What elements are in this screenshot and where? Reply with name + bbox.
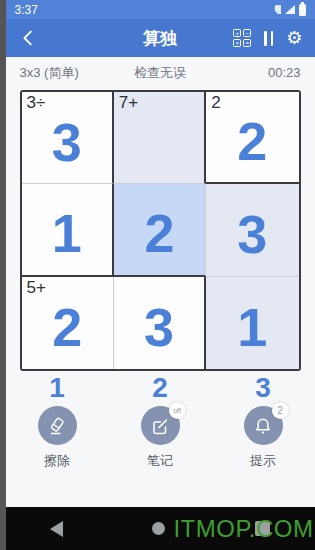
eraser-icon [47,416,67,436]
cell-r2c1[interactable]: 3 [114,277,206,369]
notes-label: 笔记 [147,452,173,470]
battery-icon [299,4,306,16]
info-bar: 3x3 (简单) 检查无误 00:23 [6,57,315,88]
bell-icon [253,416,273,436]
cell-value: 2 [52,292,82,354]
cage-clue: 2 [211,93,220,113]
nav-back-icon[interactable] [50,521,63,537]
note-edit-icon [150,416,170,436]
pause-icon [264,31,273,46]
cell-value: 3 [144,292,174,354]
cell-value: 3 [52,107,82,169]
calcudoku-board: 3÷ 3 7+ 2 2 1 2 3 5+ 2 3 [20,90,301,371]
cell-r0c2[interactable]: 2 2 [206,92,298,184]
erase-button[interactable]: 擦除 [6,406,109,470]
cage-clue: 5+ [27,278,46,298]
app-bar: 算独 +−×= ⚙ [6,19,315,57]
notes-button[interactable]: off 笔记 [109,406,212,470]
notes-off-badge: off [169,402,186,419]
nav-home-icon[interactable] [152,522,165,535]
screen: 3:37 算独 +−×= ⚙ [6,0,315,550]
cell-value: 2 [237,106,267,168]
cell-value: 3 [237,199,267,261]
gear-icon: ⚙ [286,29,302,47]
android-nav-bar: ITMOP.COM [6,507,315,550]
check-status: 检查无误 [6,64,315,82]
tool-bar: 擦除 off 笔记 2 提示 [6,406,315,470]
nav-recents-icon[interactable] [255,521,270,536]
cage-clue: 3÷ [27,93,46,113]
signal-icon [285,5,295,14]
erase-label: 擦除 [44,452,70,470]
hint-button[interactable]: 2 提示 [212,406,315,470]
settings-button[interactable]: ⚙ [286,29,302,47]
status-bar: 3:37 [6,0,315,19]
wifi-icon [269,5,281,14]
chevron-left-icon [18,27,40,49]
pause-button[interactable] [264,31,273,46]
back-button[interactable] [18,25,44,51]
numpad-1[interactable]: 1 [6,372,109,404]
cell-r1c0[interactable]: 1 [22,184,114,276]
hint-count-badge: 2 [272,402,289,419]
numpad-2[interactable]: 2 [109,372,212,404]
cell-value: 2 [144,198,174,260]
cell-value: 1 [52,198,82,260]
calc-grid-icon: +−×= [233,29,251,47]
cell-r2c2[interactable]: 1 [206,277,298,369]
cell-r0c0[interactable]: 3÷ 3 [22,92,114,184]
cell-r0c1[interactable]: 7+ [114,92,206,184]
hint-label: 提示 [250,452,276,470]
watermark-text: ITMOP.COM [173,515,313,543]
numpad-3[interactable]: 3 [212,372,315,404]
cell-r1c2[interactable]: 3 [206,184,298,276]
clock: 3:37 [15,3,38,17]
puzzle-select-button[interactable]: +−×= [233,29,251,47]
cell-r1c1[interactable]: 2 [114,184,206,276]
cell-value: 1 [237,292,267,354]
number-pad: 1 2 3 [6,372,315,404]
cell-r2c0[interactable]: 5+ 2 [22,277,114,369]
cage-clue: 7+ [119,93,138,113]
